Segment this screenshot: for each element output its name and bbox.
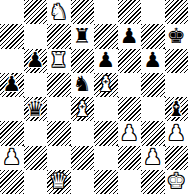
- piece-black-pawn: ♟: [96, 50, 115, 71]
- piece-black-pawn: ♟: [120, 26, 139, 47]
- square-f6[interactable]: [118, 49, 142, 73]
- piece-white-pawn: ♟: [2, 147, 21, 168]
- piece-black-pawn: ♟: [143, 50, 162, 71]
- square-a8[interactable]: [0, 0, 24, 24]
- square-a3[interactable]: [0, 121, 24, 145]
- square-e1[interactable]: [94, 170, 118, 194]
- square-f2[interactable]: [118, 146, 142, 170]
- square-g2[interactable]: ♟: [141, 146, 165, 170]
- square-d4[interactable]: ♝: [71, 97, 95, 121]
- square-b5[interactable]: [24, 73, 48, 97]
- square-g8[interactable]: [141, 0, 165, 24]
- square-g1[interactable]: [141, 170, 165, 194]
- square-c5[interactable]: [47, 73, 71, 97]
- square-d7[interactable]: ♜: [71, 24, 95, 48]
- square-a1[interactable]: [0, 170, 24, 194]
- square-e5[interactable]: ♝: [94, 73, 118, 97]
- piece-black-rook: ♜: [73, 26, 92, 47]
- square-h5[interactable]: [165, 73, 189, 97]
- square-d6[interactable]: [71, 49, 95, 73]
- square-e2[interactable]: [94, 146, 118, 170]
- square-h6[interactable]: [165, 49, 189, 73]
- piece-black-king: ♚: [167, 26, 186, 47]
- square-h3[interactable]: ♟: [165, 121, 189, 145]
- square-f8[interactable]: [118, 0, 142, 24]
- square-b1[interactable]: [24, 170, 48, 194]
- piece-white-king: ♚: [167, 171, 186, 192]
- square-f5[interactable]: [118, 73, 142, 97]
- piece-white-pawn: ♟: [143, 147, 162, 168]
- square-a4[interactable]: [0, 97, 24, 121]
- piece-white-pawn: ♟: [167, 123, 186, 144]
- square-f3[interactable]: ♟: [118, 121, 142, 145]
- square-d1[interactable]: [71, 170, 95, 194]
- square-g7[interactable]: [141, 24, 165, 48]
- square-d8[interactable]: [71, 0, 95, 24]
- piece-black-knight: ♞: [73, 74, 92, 95]
- piece-black-bishop: ♝: [167, 99, 186, 120]
- square-g6[interactable]: ♟: [141, 49, 165, 73]
- square-c4[interactable]: [47, 97, 71, 121]
- square-d2[interactable]: [71, 146, 95, 170]
- piece-white-pawn: ♟: [120, 123, 139, 144]
- square-b3[interactable]: [24, 121, 48, 145]
- square-h4[interactable]: ♝: [165, 97, 189, 121]
- piece-black-pawn: ♟: [26, 50, 45, 71]
- square-c3[interactable]: [47, 121, 71, 145]
- square-a2[interactable]: ♟: [0, 146, 24, 170]
- square-h1[interactable]: ♚: [165, 170, 189, 194]
- square-h2[interactable]: [165, 146, 189, 170]
- square-b7[interactable]: [24, 24, 48, 48]
- square-c6[interactable]: ♜: [47, 49, 71, 73]
- square-a5[interactable]: ♟: [0, 73, 24, 97]
- square-f4[interactable]: [118, 97, 142, 121]
- square-a7[interactable]: [0, 24, 24, 48]
- square-c7[interactable]: [47, 24, 71, 48]
- square-b4[interactable]: ♛: [24, 97, 48, 121]
- square-c1[interactable]: ♛: [47, 170, 71, 194]
- piece-white-bishop: ♝: [73, 99, 92, 120]
- square-d5[interactable]: ♞: [71, 73, 95, 97]
- piece-white-bishop: ♝: [96, 74, 115, 95]
- square-f7[interactable]: ♟: [118, 24, 142, 48]
- square-a6[interactable]: [0, 49, 24, 73]
- square-b6[interactable]: ♟: [24, 49, 48, 73]
- piece-black-pawn: ♟: [2, 74, 21, 95]
- square-e4[interactable]: [94, 97, 118, 121]
- square-g3[interactable]: [141, 121, 165, 145]
- square-f1[interactable]: [118, 170, 142, 194]
- piece-white-knight: ♞: [49, 2, 68, 23]
- square-h8[interactable]: [165, 0, 189, 24]
- square-c2[interactable]: [47, 146, 71, 170]
- square-e8[interactable]: [94, 0, 118, 24]
- piece-white-queen: ♛: [49, 171, 68, 192]
- square-g5[interactable]: [141, 73, 165, 97]
- square-g4[interactable]: [141, 97, 165, 121]
- piece-white-rook: ♜: [49, 50, 68, 71]
- square-e6[interactable]: ♟: [94, 49, 118, 73]
- square-h7[interactable]: ♚: [165, 24, 189, 48]
- chessboard: ♞♜♟♚♟♜♟♟♟♞♝♛♝♝♟♟♟♟♛♚: [0, 0, 188, 194]
- square-e3[interactable]: [94, 121, 118, 145]
- square-b8[interactable]: [24, 0, 48, 24]
- square-c8[interactable]: ♞: [47, 0, 71, 24]
- square-e7[interactable]: [94, 24, 118, 48]
- square-d3[interactable]: [71, 121, 95, 145]
- square-b2[interactable]: [24, 146, 48, 170]
- piece-black-queen: ♛: [26, 99, 45, 120]
